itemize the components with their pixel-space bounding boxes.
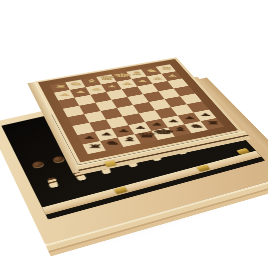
chess-set-photo: ♜♞♝♛♚♝♞♜♟♟♟♟♟♟♟♟♟♟♟♟♟♟♟♟♜♞♝♛♚♝♞♜ (0, 0, 268, 268)
brass-clasp-icon (104, 160, 116, 167)
